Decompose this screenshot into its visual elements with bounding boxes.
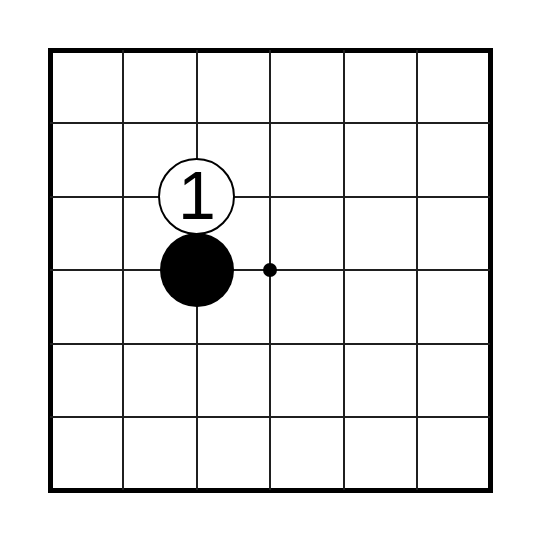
go-board: 1 [0, 0, 540, 541]
go-diagram-page: 1 [0, 0, 540, 541]
grid-line-vertical [416, 50, 418, 490]
grid-line-horizontal [50, 343, 490, 345]
move-number-label: 1 [178, 161, 216, 229]
grid-line-vertical [343, 50, 345, 490]
grid-line-horizontal [50, 416, 490, 418]
black-stone [160, 233, 234, 307]
